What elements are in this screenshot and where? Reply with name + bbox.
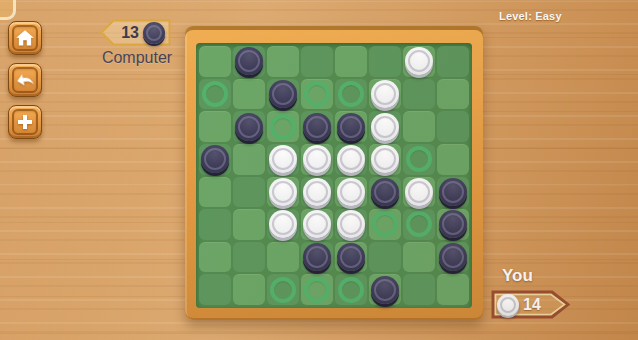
cell-e1 (335, 46, 367, 77)
computer-label: Computer (100, 49, 174, 67)
plus-icon (12, 109, 38, 135)
cell-f4 (369, 144, 401, 175)
offscreen-button-corner (0, 0, 16, 20)
white-disc (405, 178, 433, 206)
you-score-panel: You 14 (491, 266, 581, 319)
white-disc (303, 210, 331, 238)
home-button[interactable] (8, 21, 42, 55)
level-label: Level: Easy (499, 10, 562, 22)
cell-h2 (437, 79, 469, 110)
home-icon (12, 25, 38, 51)
cell-a2[interactable] (199, 79, 231, 110)
cell-c7 (267, 242, 299, 273)
cell-a8 (199, 274, 231, 305)
cell-g1 (403, 46, 435, 77)
white-disc (371, 145, 399, 173)
cell-d7 (301, 242, 333, 273)
cell-f8 (369, 274, 401, 305)
black-disc (201, 145, 229, 173)
cell-e4 (335, 144, 367, 175)
cell-d1 (301, 46, 333, 77)
black-disc (337, 243, 365, 271)
white-disc (337, 210, 365, 238)
cell-b4 (233, 144, 265, 175)
cell-e6 (335, 209, 367, 240)
cell-h6 (437, 209, 469, 240)
cell-c3[interactable] (267, 111, 299, 142)
cell-g4[interactable] (403, 144, 435, 175)
cell-e3 (335, 111, 367, 142)
cell-e7 (335, 242, 367, 273)
cell-g7 (403, 242, 435, 273)
white-disc (269, 210, 297, 238)
cell-f2 (369, 79, 401, 110)
cell-a1 (199, 46, 231, 77)
black-disc (371, 276, 399, 304)
cell-h4 (437, 144, 469, 175)
you-white-disc-icon (497, 294, 519, 316)
cell-c6 (267, 209, 299, 240)
cell-g2 (403, 79, 435, 110)
black-disc (371, 178, 399, 206)
cell-f7 (369, 242, 401, 273)
cell-h1 (437, 46, 469, 77)
cell-c4 (267, 144, 299, 175)
black-disc (235, 113, 263, 141)
cell-b6 (233, 209, 265, 240)
computer-black-disc-icon (143, 22, 165, 44)
computer-score: 13 (121, 24, 139, 42)
cell-a5 (199, 177, 231, 208)
legal-move-hint[interactable] (202, 81, 228, 107)
computer-score-badge: 13 (100, 19, 171, 46)
cell-b7 (233, 242, 265, 273)
cell-a6 (199, 209, 231, 240)
cell-g5 (403, 177, 435, 208)
undo-arrow-icon (12, 67, 38, 93)
cell-f3 (369, 111, 401, 142)
cell-d3 (301, 111, 333, 142)
othello-game-screen: Level: Easy 13 Computer You 14 (0, 0, 638, 340)
cell-c5 (267, 177, 299, 208)
cell-f6[interactable] (369, 209, 401, 240)
you-score-badge: 14 (491, 290, 570, 319)
cell-e8[interactable] (335, 274, 367, 305)
cell-b1 (233, 46, 265, 77)
white-disc (337, 178, 365, 206)
legal-move-hint[interactable] (406, 211, 432, 237)
cell-d4 (301, 144, 333, 175)
cell-h7 (437, 242, 469, 273)
new-game-button[interactable] (8, 105, 42, 139)
black-disc (337, 113, 365, 141)
undo-button[interactable] (8, 63, 42, 97)
white-disc (303, 145, 331, 173)
legal-move-hint[interactable] (406, 146, 432, 172)
cell-b3 (233, 111, 265, 142)
cell-d5 (301, 177, 333, 208)
legal-move-hint[interactable] (304, 277, 330, 303)
board-grid (196, 43, 472, 308)
black-disc (439, 178, 467, 206)
cell-b2 (233, 79, 265, 110)
white-disc (371, 113, 399, 141)
computer-score-panel: 13 Computer (100, 19, 174, 67)
white-disc (405, 47, 433, 75)
legal-move-hint[interactable] (338, 277, 364, 303)
black-disc (303, 243, 331, 271)
cell-h5 (437, 177, 469, 208)
black-disc (439, 210, 467, 238)
cell-g3 (403, 111, 435, 142)
cell-a7 (199, 242, 231, 273)
cell-f1 (369, 46, 401, 77)
cell-c1 (267, 46, 299, 77)
othello-board (185, 26, 483, 320)
cell-d2[interactable] (301, 79, 333, 110)
cell-h8 (437, 274, 469, 305)
black-disc (269, 80, 297, 108)
white-disc (269, 145, 297, 173)
legal-move-hint[interactable] (270, 114, 296, 140)
cell-c8[interactable] (267, 274, 299, 305)
legal-move-hint[interactable] (304, 81, 330, 107)
cell-b8 (233, 274, 265, 305)
cell-e2[interactable] (335, 79, 367, 110)
white-disc (337, 145, 365, 173)
you-score: 14 (523, 296, 541, 314)
cell-d8[interactable] (301, 274, 333, 305)
legal-move-hint[interactable] (338, 81, 364, 107)
cell-b5 (233, 177, 265, 208)
white-disc (371, 80, 399, 108)
white-disc (269, 178, 297, 206)
cell-g8 (403, 274, 435, 305)
black-disc (235, 47, 263, 75)
legal-move-hint[interactable] (372, 211, 398, 237)
cell-f5 (369, 177, 401, 208)
legal-move-hint[interactable] (270, 277, 296, 303)
black-disc (303, 113, 331, 141)
white-disc (303, 178, 331, 206)
cell-a3 (199, 111, 231, 142)
cell-h3 (437, 111, 469, 142)
cell-c2 (267, 79, 299, 110)
cell-g6[interactable] (403, 209, 435, 240)
cell-a4 (199, 144, 231, 175)
black-disc (439, 243, 467, 271)
cell-d6 (301, 209, 333, 240)
you-label: You (502, 266, 581, 286)
cell-e5 (335, 177, 367, 208)
